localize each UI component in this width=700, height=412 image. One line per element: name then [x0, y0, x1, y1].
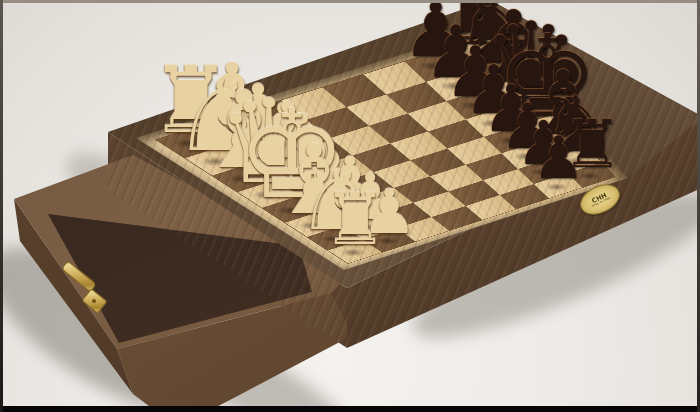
photo-border-left	[0, 0, 3, 412]
photo-border-bottom	[0, 406, 700, 412]
latch-screw-icon	[92, 299, 96, 303]
piece-white-rook-h1[interactable]: ♜	[323, 183, 387, 254]
photo-border-top	[0, 0, 700, 3]
piece-black-pawn-h7[interactable]: ♟	[532, 129, 585, 188]
chess-set-photo: CHH MADE IN CHINA ♜♟♞♟♝♟♛♟♚♟♟♜♝♟♟♞♞♟♟♜♝♟…	[0, 0, 700, 412]
